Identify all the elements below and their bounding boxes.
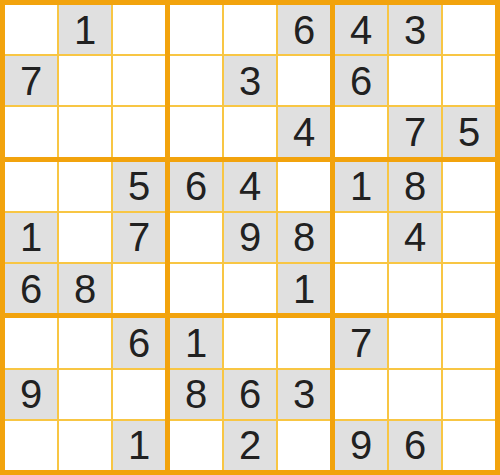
sudoku-cell[interactable] bbox=[5, 318, 57, 367]
sudoku-cell[interactable]: 1 bbox=[278, 264, 330, 313]
sudoku-cell[interactable] bbox=[224, 264, 276, 313]
sudoku-cell[interactable] bbox=[113, 5, 165, 54]
sudoku-cell[interactable] bbox=[59, 56, 111, 105]
sudoku-cell[interactable]: 7 bbox=[389, 107, 441, 156]
sudoku-cell[interactable] bbox=[5, 162, 57, 211]
sudoku-cell[interactable]: 8 bbox=[278, 213, 330, 262]
sudoku-cell[interactable]: 1 bbox=[335, 162, 387, 211]
sudoku-cell[interactable]: 7 bbox=[113, 213, 165, 262]
sudoku-cell[interactable] bbox=[443, 264, 495, 313]
sudoku-cell[interactable]: 8 bbox=[59, 264, 111, 313]
sudoku-box: 184 bbox=[335, 162, 495, 314]
sudoku-cell[interactable] bbox=[170, 264, 222, 313]
sudoku-cell[interactable] bbox=[170, 213, 222, 262]
sudoku-box: 634 bbox=[170, 5, 330, 157]
sudoku-cell[interactable]: 1 bbox=[113, 421, 165, 470]
sudoku-cell[interactable] bbox=[443, 370, 495, 419]
sudoku-cell[interactable] bbox=[443, 5, 495, 54]
sudoku-cell[interactable]: 7 bbox=[5, 56, 57, 105]
sudoku-cell[interactable]: 9 bbox=[5, 370, 57, 419]
sudoku-cell[interactable] bbox=[335, 107, 387, 156]
sudoku-cell[interactable] bbox=[443, 56, 495, 105]
sudoku-cell[interactable] bbox=[59, 213, 111, 262]
sudoku-cell[interactable]: 6 bbox=[224, 370, 276, 419]
sudoku-cell[interactable] bbox=[5, 107, 57, 156]
sudoku-cell[interactable] bbox=[170, 421, 222, 470]
sudoku-cell[interactable] bbox=[335, 213, 387, 262]
sudoku-cell[interactable] bbox=[389, 264, 441, 313]
sudoku-box: 51768 bbox=[5, 162, 165, 314]
sudoku-cell[interactable] bbox=[5, 421, 57, 470]
sudoku-cell[interactable]: 4 bbox=[335, 5, 387, 54]
sudoku-cell[interactable] bbox=[443, 162, 495, 211]
sudoku-box: 43675 bbox=[335, 5, 495, 157]
sudoku-cell[interactable] bbox=[389, 56, 441, 105]
sudoku-cell[interactable]: 3 bbox=[224, 56, 276, 105]
sudoku-cell[interactable]: 4 bbox=[389, 213, 441, 262]
sudoku-cell[interactable]: 6 bbox=[5, 264, 57, 313]
sudoku-cell[interactable]: 5 bbox=[443, 107, 495, 156]
sudoku-cell[interactable] bbox=[443, 421, 495, 470]
sudoku-cell[interactable]: 9 bbox=[224, 213, 276, 262]
sudoku-cell[interactable]: 5 bbox=[113, 162, 165, 211]
sudoku-cell[interactable]: 6 bbox=[389, 421, 441, 470]
sudoku-cell[interactable]: 7 bbox=[335, 318, 387, 367]
sudoku-cell[interactable] bbox=[389, 318, 441, 367]
sudoku-cell[interactable]: 2 bbox=[224, 421, 276, 470]
sudoku-board: 1763443675517686498118469118632796 bbox=[0, 0, 500, 475]
sudoku-cell[interactable]: 6 bbox=[335, 56, 387, 105]
sudoku-cell[interactable]: 3 bbox=[389, 5, 441, 54]
sudoku-cell[interactable]: 9 bbox=[335, 421, 387, 470]
sudoku-box: 64981 bbox=[170, 162, 330, 314]
sudoku-cell[interactable] bbox=[5, 5, 57, 54]
sudoku-cell[interactable] bbox=[224, 5, 276, 54]
sudoku-cell[interactable] bbox=[443, 213, 495, 262]
sudoku-cell[interactable] bbox=[170, 5, 222, 54]
sudoku-cell[interactable]: 3 bbox=[278, 370, 330, 419]
sudoku-cell[interactable] bbox=[59, 162, 111, 211]
sudoku-cell[interactable]: 1 bbox=[59, 5, 111, 54]
sudoku-cell[interactable] bbox=[389, 370, 441, 419]
sudoku-box: 18632 bbox=[170, 318, 330, 470]
sudoku-cell[interactable] bbox=[59, 421, 111, 470]
sudoku-cell[interactable]: 1 bbox=[5, 213, 57, 262]
sudoku-cell[interactable]: 6 bbox=[113, 318, 165, 367]
sudoku-cell[interactable] bbox=[224, 318, 276, 367]
sudoku-cell[interactable] bbox=[113, 264, 165, 313]
sudoku-cell[interactable] bbox=[113, 107, 165, 156]
sudoku-cell[interactable]: 4 bbox=[224, 162, 276, 211]
sudoku-cell[interactable] bbox=[278, 162, 330, 211]
sudoku-cell[interactable]: 1 bbox=[170, 318, 222, 367]
sudoku-box: 691 bbox=[5, 318, 165, 470]
sudoku-cell[interactable] bbox=[278, 56, 330, 105]
sudoku-cell[interactable] bbox=[59, 370, 111, 419]
sudoku-cell[interactable] bbox=[224, 107, 276, 156]
sudoku-cell[interactable] bbox=[59, 318, 111, 367]
sudoku-cell[interactable] bbox=[335, 264, 387, 313]
sudoku-cell[interactable] bbox=[443, 318, 495, 367]
sudoku-cell[interactable] bbox=[278, 318, 330, 367]
sudoku-cell[interactable]: 6 bbox=[278, 5, 330, 54]
sudoku-cell[interactable] bbox=[113, 56, 165, 105]
sudoku-cell[interactable]: 6 bbox=[170, 162, 222, 211]
sudoku-cell[interactable] bbox=[170, 56, 222, 105]
sudoku-cell[interactable] bbox=[170, 107, 222, 156]
sudoku-cell[interactable] bbox=[278, 421, 330, 470]
sudoku-cell[interactable]: 8 bbox=[170, 370, 222, 419]
sudoku-box: 796 bbox=[335, 318, 495, 470]
sudoku-cell[interactable] bbox=[335, 370, 387, 419]
sudoku-cell[interactable]: 8 bbox=[389, 162, 441, 211]
sudoku-cell[interactable] bbox=[59, 107, 111, 156]
sudoku-cell[interactable] bbox=[113, 370, 165, 419]
sudoku-cell[interactable]: 4 bbox=[278, 107, 330, 156]
sudoku-box: 17 bbox=[5, 5, 165, 157]
